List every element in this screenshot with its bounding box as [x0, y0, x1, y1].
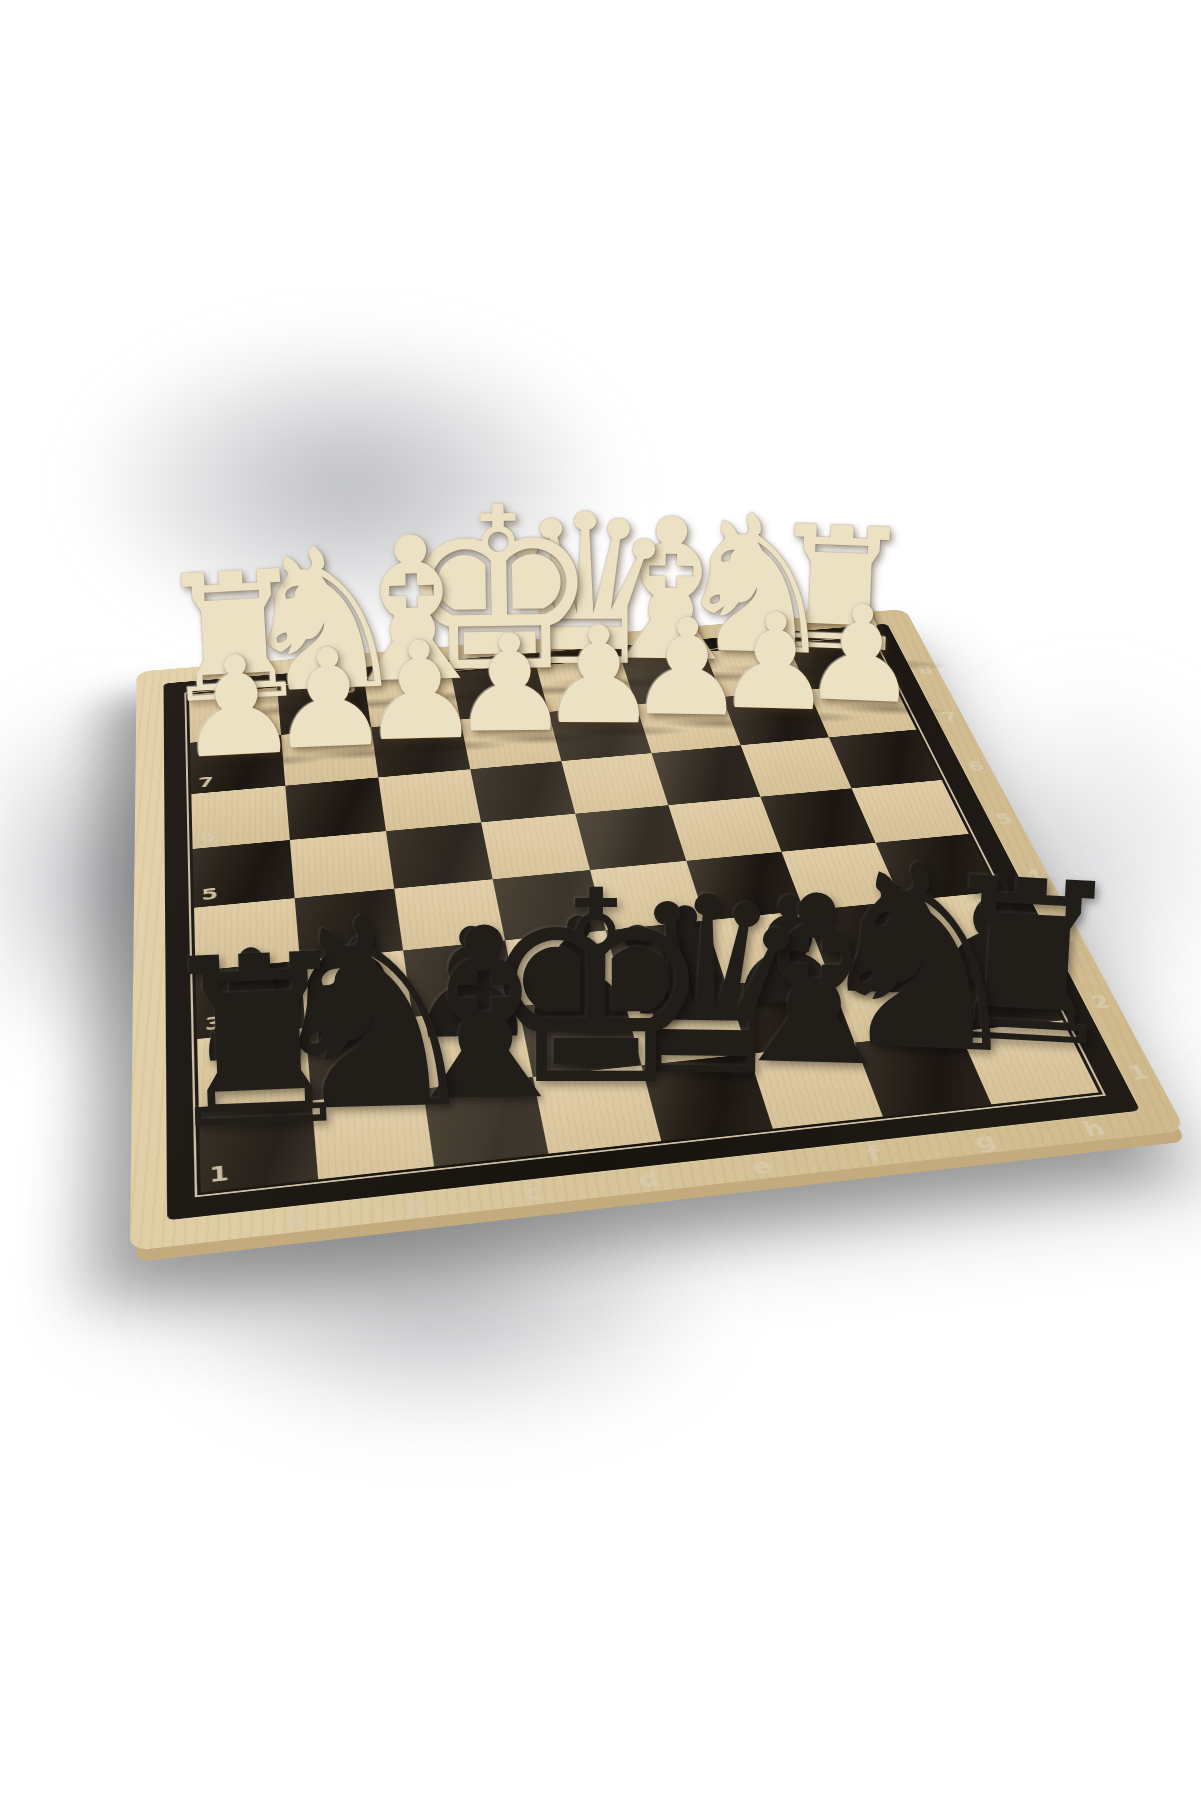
coord-label-6: 6 [965, 758, 989, 774]
square-e6 [561, 753, 668, 814]
square-b3 [300, 950, 413, 1027]
square-b6 [285, 777, 386, 840]
coord-label-7: 7 [939, 709, 962, 724]
coord-label-6: 6 [199, 828, 217, 846]
square-c1 [423, 1077, 549, 1166]
coord-label-b: b [404, 1193, 429, 1220]
square-b8 [277, 680, 371, 735]
square-d4 [493, 870, 606, 940]
coord-label-8: 8 [915, 663, 937, 677]
square-c8 [364, 673, 460, 727]
coord-label-d: d [635, 1167, 662, 1193]
coord-label-1: 1 [209, 1162, 231, 1188]
coord-label-8: 8 [196, 724, 213, 739]
coord-label-5: 5 [992, 811, 1017, 828]
square-e7 [548, 704, 651, 761]
coord-label-2: 2 [206, 1084, 227, 1108]
coord-label-f: f [864, 1142, 886, 1166]
square-d3 [505, 930, 623, 1006]
square-b5 [290, 831, 394, 898]
square-c2 [413, 1006, 533, 1089]
square-b2 [306, 1017, 423, 1101]
square-b4 [295, 889, 403, 961]
square-d1 [533, 1065, 661, 1153]
square-e8 [536, 659, 635, 712]
square-e4 [590, 861, 706, 931]
coord-label-c: c [522, 1180, 545, 1206]
board-grid [189, 638, 1099, 1193]
board-border-band: 1122334455667788aabbccddeeffgghh [164, 624, 1141, 1221]
coord-label-h: h [1079, 1117, 1110, 1142]
coord-label-7: 7 [198, 774, 215, 790]
square-h8 [788, 638, 893, 690]
coord-label-e: e [749, 1154, 776, 1179]
chess-board: 1122334455667788aabbccddeeffgghh [130, 609, 1186, 1251]
square-e5 [575, 805, 686, 870]
coord-label-a: a [287, 1206, 310, 1233]
coord-label-g: g [970, 1129, 1000, 1154]
coord-label-4: 4 [203, 947, 222, 967]
coord-label-a: a [252, 689, 268, 704]
coord-label-3: 3 [204, 1013, 224, 1035]
coord-label-d: d [512, 667, 531, 681]
square-b7 [281, 727, 378, 786]
square-d5 [481, 814, 590, 880]
square-c5 [386, 822, 493, 888]
square-d8 [451, 666, 549, 720]
product-photo: 1122334455667788aabbccddeeffgghh ♜♞♝♚♛♝♞… [0, 0, 1201, 1801]
square-c6 [378, 769, 481, 831]
coord-label-b: b [339, 682, 357, 697]
square-d7 [460, 712, 561, 769]
coord-label-c: c [427, 675, 443, 689]
square-d2 [518, 995, 641, 1077]
board-perspective-wrap: 1122334455667788aabbccddeeffgghh [0, 0, 1201, 1801]
coord-label-5: 5 [201, 885, 220, 904]
coord-label-3: 3 [1053, 927, 1080, 947]
square-c7 [371, 719, 470, 777]
coord-label-4: 4 [1022, 867, 1048, 885]
coord-label-2: 2 [1087, 992, 1116, 1013]
square-b1 [312, 1089, 434, 1180]
square-c3 [403, 940, 518, 1017]
square-c4 [394, 879, 505, 950]
coord-label-1: 1 [1124, 1061, 1154, 1084]
square-d6 [470, 761, 575, 822]
